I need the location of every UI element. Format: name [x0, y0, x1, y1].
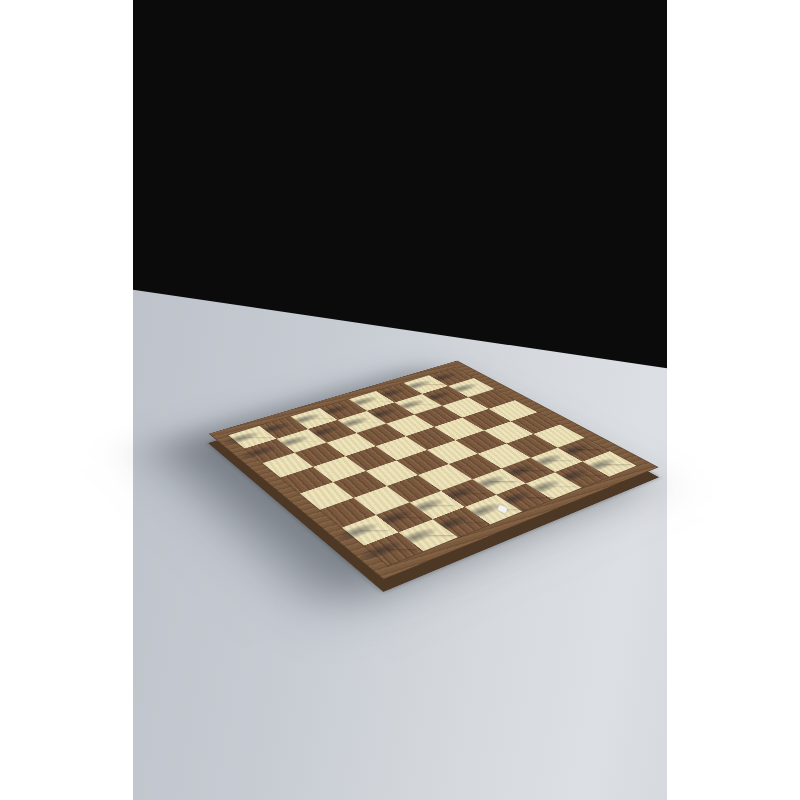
piece-glyph: ♟: [258, 403, 294, 457]
piece-glyph: ♟: [290, 394, 325, 447]
piece-glyph: ♜: [381, 487, 428, 557]
scene-3d: ♜♞♝♛♚♝♞♜♟♟♟♟♟♟♟♟♟♟♟♟♟♟♟♟♜♞♝♛♚♝♞♜: [133, 0, 667, 800]
piece-glyph: ♟: [321, 385, 356, 437]
product-photo: ♜♞♝♛♚♝♞♜♟♟♟♟♟♟♟♟♟♟♟♟♟♟♟♟♜♞♝♛♚♝♞♜: [133, 0, 667, 800]
board-squares: ♜♞♝♛♚♝♞♜♟♟♟♟♟♟♟♟♟♟♟♟♟♟♟♟♜♞♝♛♚♝♞♜: [228, 368, 636, 566]
chess-board: ♜♞♝♛♚♝♞♜♟♟♟♟♟♟♟♟♟♟♟♟♟♟♟♟♜♞♝♛♚♝♞♜: [208, 361, 658, 580]
piece-glyph: ♟: [351, 377, 385, 428]
photo-canvas: ♜♞♝♛♚♝♞♜♟♟♟♟♟♟♟♟♟♟♟♟♟♟♟♟♜♞♝♛♚♝♞♜: [0, 0, 800, 800]
